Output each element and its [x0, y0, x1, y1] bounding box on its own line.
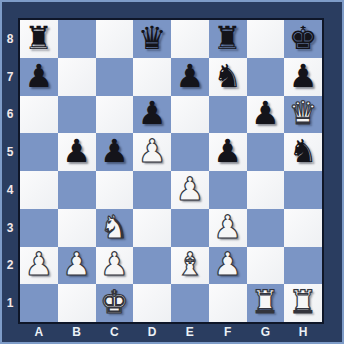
rank-label-2: 2: [2, 247, 18, 285]
chess-diagram-frame: ♜♛♜♚♟♟♞♟♟♟♛♟♟♟♟♞♟♞♟♟♟♟♝♟♚♜♜ 87654321 ABC…: [0, 0, 344, 344]
piece-white-rook: ♜: [251, 286, 280, 318]
square-c1[interactable]: ♚: [96, 284, 134, 322]
square-a1[interactable]: [20, 284, 58, 322]
square-a6[interactable]: [20, 96, 58, 134]
piece-white-queen: ♛: [289, 97, 318, 129]
piece-black-king: ♚: [289, 22, 318, 54]
square-g3[interactable]: [247, 209, 285, 247]
square-f7[interactable]: ♞: [209, 58, 247, 96]
piece-black-queen: ♛: [138, 22, 167, 54]
square-e8[interactable]: [171, 20, 209, 58]
rank-label-5: 5: [2, 133, 18, 171]
rank-label-3: 3: [2, 209, 18, 247]
square-d4[interactable]: [133, 171, 171, 209]
piece-black-rook: ♜: [213, 22, 242, 54]
rank-label-8: 8: [2, 20, 18, 58]
square-h4[interactable]: [284, 171, 322, 209]
square-c2[interactable]: ♟: [96, 247, 134, 285]
file-label-b: B: [58, 323, 96, 341]
square-c7[interactable]: [96, 58, 134, 96]
square-f3[interactable]: ♟: [209, 209, 247, 247]
piece-white-pawn: ♟: [176, 173, 205, 205]
piece-white-rook: ♜: [289, 286, 318, 318]
square-d8[interactable]: ♛: [133, 20, 171, 58]
square-c5[interactable]: ♟: [96, 133, 134, 171]
square-h1[interactable]: ♜: [284, 284, 322, 322]
piece-white-knight: ♞: [100, 211, 129, 243]
square-c6[interactable]: [96, 96, 134, 134]
piece-white-pawn: ♟: [62, 248, 91, 280]
file-label-c: C: [96, 323, 134, 341]
square-h2[interactable]: [284, 247, 322, 285]
square-a7[interactable]: ♟: [20, 58, 58, 96]
square-h7[interactable]: ♟: [284, 58, 322, 96]
square-g2[interactable]: [247, 247, 285, 285]
square-c8[interactable]: [96, 20, 134, 58]
square-f4[interactable]: [209, 171, 247, 209]
square-b6[interactable]: [58, 96, 96, 134]
square-a4[interactable]: [20, 171, 58, 209]
piece-white-bishop: ♝: [176, 248, 205, 280]
square-d1[interactable]: [133, 284, 171, 322]
piece-white-pawn: ♟: [25, 248, 54, 280]
square-e3[interactable]: [171, 209, 209, 247]
square-d5[interactable]: ♟: [133, 133, 171, 171]
piece-black-rook: ♜: [25, 22, 54, 54]
square-b5[interactable]: ♟: [58, 133, 96, 171]
file-label-h: H: [284, 323, 322, 341]
square-g7[interactable]: [247, 58, 285, 96]
square-e5[interactable]: [171, 133, 209, 171]
square-f2[interactable]: ♟: [209, 247, 247, 285]
piece-white-pawn: ♟: [213, 211, 242, 243]
piece-white-pawn: ♟: [100, 248, 129, 280]
square-h5[interactable]: ♞: [284, 133, 322, 171]
square-b3[interactable]: [58, 209, 96, 247]
rank-label-6: 6: [2, 96, 18, 134]
square-f1[interactable]: [209, 284, 247, 322]
square-f6[interactable]: [209, 96, 247, 134]
square-a8[interactable]: ♜: [20, 20, 58, 58]
square-b2[interactable]: ♟: [58, 247, 96, 285]
square-c4[interactable]: [96, 171, 134, 209]
chess-board: ♜♛♜♚♟♟♞♟♟♟♛♟♟♟♟♞♟♞♟♟♟♟♝♟♚♜♜: [18, 18, 324, 324]
piece-black-knight: ♞: [289, 135, 318, 167]
file-label-e: E: [171, 323, 209, 341]
square-b8[interactable]: [58, 20, 96, 58]
piece-white-pawn: ♟: [138, 135, 167, 167]
square-g1[interactable]: ♜: [247, 284, 285, 322]
piece-black-pawn: ♟: [100, 135, 129, 167]
square-d7[interactable]: [133, 58, 171, 96]
rank-label-7: 7: [2, 58, 18, 96]
square-d2[interactable]: [133, 247, 171, 285]
rank-label-4: 4: [2, 171, 18, 209]
piece-black-pawn: ♟: [176, 60, 205, 92]
piece-black-pawn: ♟: [25, 60, 54, 92]
piece-black-knight: ♞: [213, 60, 242, 92]
piece-black-pawn: ♟: [289, 60, 318, 92]
square-h8[interactable]: ♚: [284, 20, 322, 58]
piece-white-pawn: ♟: [213, 248, 242, 280]
square-g5[interactable]: [247, 133, 285, 171]
square-h6[interactable]: ♛: [284, 96, 322, 134]
file-label-d: D: [133, 323, 171, 341]
square-a2[interactable]: ♟: [20, 247, 58, 285]
square-g6[interactable]: ♟: [247, 96, 285, 134]
square-e7[interactable]: ♟: [171, 58, 209, 96]
square-c3[interactable]: ♞: [96, 209, 134, 247]
square-f5[interactable]: ♟: [209, 133, 247, 171]
piece-black-pawn: ♟: [62, 135, 91, 167]
square-a5[interactable]: [20, 133, 58, 171]
file-label-g: G: [247, 323, 285, 341]
square-b4[interactable]: [58, 171, 96, 209]
piece-black-pawn: ♟: [251, 97, 280, 129]
square-e6[interactable]: [171, 96, 209, 134]
square-d3[interactable]: [133, 209, 171, 247]
square-b1[interactable]: [58, 284, 96, 322]
piece-black-pawn: ♟: [138, 97, 167, 129]
square-e4[interactable]: ♟: [171, 171, 209, 209]
square-a3[interactable]: [20, 209, 58, 247]
piece-white-king: ♚: [100, 286, 129, 318]
rank-label-1: 1: [2, 284, 18, 322]
square-e1[interactable]: [171, 284, 209, 322]
square-f8[interactable]: ♜: [209, 20, 247, 58]
file-label-a: A: [20, 323, 58, 341]
square-h3[interactable]: [284, 209, 322, 247]
square-e2[interactable]: ♝: [171, 247, 209, 285]
square-d6[interactable]: ♟: [133, 96, 171, 134]
piece-black-pawn: ♟: [213, 135, 242, 167]
square-b7[interactable]: [58, 58, 96, 96]
file-label-f: F: [209, 323, 247, 341]
square-g8[interactable]: [247, 20, 285, 58]
square-g4[interactable]: [247, 171, 285, 209]
